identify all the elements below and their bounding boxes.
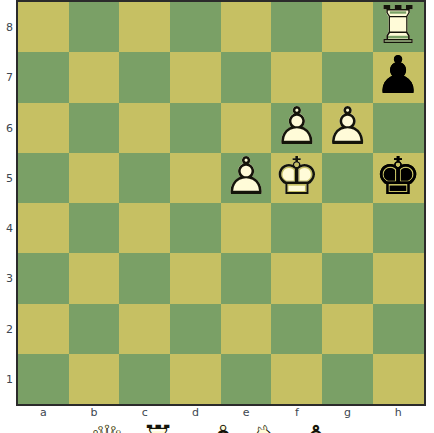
pawn-icon-outline: ♙ xyxy=(220,150,272,202)
square-e8[interactable] xyxy=(221,2,272,52)
square-c3[interactable] xyxy=(119,253,170,303)
rook-icon: ♜ xyxy=(372,0,424,52)
pawn-icon-outline: ♙ xyxy=(321,100,373,152)
square-d4[interactable] xyxy=(170,203,221,253)
rank-label-1: 1 xyxy=(0,374,13,385)
square-b5[interactable] xyxy=(69,153,120,203)
square-a8[interactable] xyxy=(18,2,69,52)
rank-label-3: 3 xyxy=(0,273,13,284)
square-b2[interactable] xyxy=(69,304,120,354)
white-rook-h8[interactable]: ♜♖ xyxy=(372,0,424,52)
white-king-f5[interactable]: ♚♔ xyxy=(271,150,323,202)
square-f7[interactable] xyxy=(271,52,322,102)
square-g6[interactable]: ♟♙ xyxy=(322,103,373,153)
chess-board[interactable]: ♜♖♟♟♟♙♟♙♟♙♚♔♚♚ xyxy=(18,2,424,404)
square-c2[interactable] xyxy=(119,304,170,354)
rank-label-5: 5 xyxy=(0,173,13,184)
black-king-h5[interactable]: ♚♚ xyxy=(372,150,424,202)
square-c5[interactable] xyxy=(119,153,170,203)
square-h3[interactable] xyxy=(373,253,424,303)
square-f3[interactable] xyxy=(271,253,322,303)
palette-rook-button[interactable]: ♜♖ xyxy=(138,420,178,433)
square-c1[interactable] xyxy=(119,354,170,404)
pawn-icon-outline: ♟ xyxy=(372,50,424,102)
square-d2[interactable] xyxy=(170,304,221,354)
square-b1[interactable] xyxy=(69,354,120,404)
square-b6[interactable] xyxy=(69,103,120,153)
square-g3[interactable] xyxy=(322,253,373,303)
square-f1[interactable] xyxy=(271,354,322,404)
white-pawn-g6[interactable]: ♟♙ xyxy=(321,100,373,152)
rook-icon-outline: ♖ xyxy=(138,420,178,433)
square-h8[interactable]: ♜♖ xyxy=(373,2,424,52)
square-g5[interactable] xyxy=(322,153,373,203)
square-e7[interactable] xyxy=(221,52,272,102)
white-pawn-f6[interactable]: ♟♙ xyxy=(271,100,323,152)
king-icon-outline: ♔ xyxy=(271,150,323,202)
knight-icon-outline: ♘ xyxy=(246,420,286,433)
square-c4[interactable] xyxy=(119,203,170,253)
square-g7[interactable] xyxy=(322,52,373,102)
square-g1[interactable] xyxy=(322,354,373,404)
bishop-icon-outline: ♗ xyxy=(203,420,243,433)
board-frame: ♜♖♟♟♟♙♟♙♟♙♚♔♚♚ xyxy=(16,0,426,406)
square-a2[interactable] xyxy=(18,304,69,354)
pawn-icon-outline: ♙ xyxy=(296,420,336,433)
square-e4[interactable] xyxy=(221,203,272,253)
square-a4[interactable] xyxy=(18,203,69,253)
square-b8[interactable] xyxy=(69,2,120,52)
square-f5[interactable]: ♚♔ xyxy=(271,153,322,203)
chess-board-screenshot: ♜♖♟♟♟♙♟♙♟♙♚♔♚♚ 87654321 abcdefgh ♛♕♜♖♝♗♞… xyxy=(0,0,434,433)
file-label-g: g xyxy=(338,406,358,420)
square-a7[interactable] xyxy=(18,52,69,102)
king-icon: ♚ xyxy=(372,150,424,202)
square-e2[interactable] xyxy=(221,304,272,354)
square-f8[interactable] xyxy=(271,2,322,52)
king-icon: ♚ xyxy=(271,150,323,202)
black-pawn-h7[interactable]: ♟♟ xyxy=(372,50,424,102)
file-label-a: a xyxy=(33,406,53,420)
rank-label-2: 2 xyxy=(0,324,13,335)
square-d1[interactable] xyxy=(170,354,221,404)
square-g8[interactable] xyxy=(322,2,373,52)
rank-label-6: 6 xyxy=(0,123,13,134)
square-h5[interactable]: ♚♚ xyxy=(373,153,424,203)
file-label-d: d xyxy=(185,406,205,420)
square-a1[interactable] xyxy=(18,354,69,404)
rank-label-7: 7 xyxy=(0,72,13,83)
square-g4[interactable] xyxy=(322,203,373,253)
palette-pawn-button[interactable]: ♟♙ xyxy=(296,420,336,433)
square-a5[interactable] xyxy=(18,153,69,203)
square-h1[interactable] xyxy=(373,354,424,404)
square-f6[interactable]: ♟♙ xyxy=(271,103,322,153)
square-d6[interactable] xyxy=(170,103,221,153)
palette-bishop-button[interactable]: ♝♗ xyxy=(203,420,243,433)
square-b4[interactable] xyxy=(69,203,120,253)
square-e1[interactable] xyxy=(221,354,272,404)
square-d3[interactable] xyxy=(170,253,221,303)
palette-queen-button[interactable]: ♛♕ xyxy=(87,420,127,433)
square-a3[interactable] xyxy=(18,253,69,303)
square-c6[interactable] xyxy=(119,103,170,153)
square-h6[interactable] xyxy=(373,103,424,153)
square-e3[interactable] xyxy=(221,253,272,303)
queen-icon-outline: ♕ xyxy=(87,420,127,433)
square-c7[interactable] xyxy=(119,52,170,102)
rook-icon-outline: ♖ xyxy=(372,0,424,52)
pawn-icon: ♟ xyxy=(271,100,323,152)
square-b3[interactable] xyxy=(69,253,120,303)
pawn-icon: ♟ xyxy=(220,150,272,202)
square-f4[interactable] xyxy=(271,203,322,253)
rank-label-4: 4 xyxy=(0,223,13,234)
square-h7[interactable]: ♟♟ xyxy=(373,52,424,102)
square-e6[interactable] xyxy=(221,103,272,153)
square-f2[interactable] xyxy=(271,304,322,354)
pawn-icon: ♟ xyxy=(321,100,373,152)
king-icon-outline: ♚ xyxy=(372,150,424,202)
pawn-icon: ♟ xyxy=(372,50,424,102)
square-e5[interactable]: ♟♙ xyxy=(221,153,272,203)
square-h2[interactable] xyxy=(373,304,424,354)
white-pawn-e5[interactable]: ♟♙ xyxy=(220,150,272,202)
square-g2[interactable] xyxy=(322,304,373,354)
square-d7[interactable] xyxy=(170,52,221,102)
rank-label-8: 8 xyxy=(0,22,13,33)
square-c8[interactable] xyxy=(119,2,170,52)
palette-knight-button[interactable]: ♞♘ xyxy=(246,420,286,433)
square-d5[interactable] xyxy=(170,153,221,203)
file-label-h: h xyxy=(388,406,408,420)
pawn-icon-outline: ♙ xyxy=(271,100,323,152)
square-d8[interactable] xyxy=(170,2,221,52)
square-h4[interactable] xyxy=(373,203,424,253)
square-b7[interactable] xyxy=(69,52,120,102)
square-a6[interactable] xyxy=(18,103,69,153)
